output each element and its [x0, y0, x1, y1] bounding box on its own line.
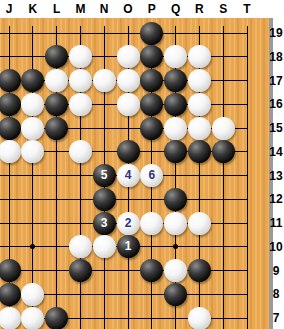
- stone-black-P16[interactable]: [140, 93, 163, 116]
- column-label-N: N: [96, 1, 112, 17]
- grid-line-horizontal-12: [0, 199, 248, 200]
- column-label-M: M: [72, 1, 88, 17]
- stone-black-J8[interactable]: [0, 283, 21, 306]
- stone-black-J9[interactable]: [0, 259, 21, 282]
- stone-black-J17[interactable]: [0, 69, 21, 92]
- stone-black-L15[interactable]: [45, 117, 68, 140]
- stone-white-L17[interactable]: [45, 69, 68, 92]
- stone-white-M18[interactable]: [69, 45, 92, 68]
- stone-black-M9[interactable]: [69, 259, 92, 282]
- row-label-13: 13: [268, 168, 284, 184]
- move-number-3: 3: [101, 216, 108, 230]
- stone-white-Q11[interactable]: [164, 212, 187, 235]
- stone-white-N10[interactable]: [93, 235, 116, 258]
- go-diagram: 546321JKLMNOPQRST19181716151413121110987: [0, 0, 284, 329]
- column-label-Q: Q: [168, 1, 184, 17]
- stone-white-O18[interactable]: [117, 45, 140, 68]
- stone-black-Q17[interactable]: [164, 69, 187, 92]
- stone-black-N12[interactable]: [93, 188, 116, 211]
- stone-white-K15[interactable]: [21, 117, 44, 140]
- stone-black-P15[interactable]: [140, 117, 163, 140]
- stone-white-R15[interactable]: [188, 117, 211, 140]
- move-number-5: 5: [101, 168, 108, 182]
- grid-line-vertical-S: [223, 26, 224, 329]
- stone-white-S15[interactable]: [212, 117, 235, 140]
- stone-white-O13[interactable]: 4: [117, 164, 140, 187]
- stone-black-L16[interactable]: [45, 93, 68, 116]
- stone-white-N17[interactable]: [93, 69, 116, 92]
- row-label-8: 8: [268, 286, 284, 302]
- column-label-R: R: [191, 1, 207, 17]
- stone-black-Q16[interactable]: [164, 93, 187, 116]
- stone-white-O11[interactable]: 2: [117, 212, 140, 235]
- move-number-4: 4: [125, 168, 132, 182]
- stone-black-O10[interactable]: 1: [117, 235, 140, 258]
- column-label-O: O: [120, 1, 136, 17]
- stone-white-M16[interactable]: [69, 93, 92, 116]
- row-label-7: 7: [268, 310, 284, 326]
- row-label-12: 12: [268, 191, 284, 207]
- stone-black-R9[interactable]: [188, 259, 211, 282]
- stone-black-N11[interactable]: 3: [93, 212, 116, 235]
- stone-white-M10[interactable]: [69, 235, 92, 258]
- move-number-6: 6: [148, 168, 155, 182]
- row-label-16: 16: [268, 96, 284, 112]
- column-label-J: J: [1, 1, 17, 17]
- grid-line-horizontal-19: [0, 33, 248, 34]
- stone-white-J14[interactable]: [0, 140, 21, 163]
- stone-white-R11[interactable]: [188, 212, 211, 235]
- stone-black-R14[interactable]: [188, 140, 211, 163]
- stone-black-Q8[interactable]: [164, 283, 187, 306]
- row-label-19: 19: [268, 25, 284, 41]
- move-number-1: 1: [125, 239, 132, 253]
- column-label-T: T: [239, 1, 255, 17]
- stone-white-R7[interactable]: [188, 307, 211, 329]
- stone-white-R16[interactable]: [188, 93, 211, 116]
- row-label-15: 15: [268, 120, 284, 136]
- stone-white-K7[interactable]: [21, 307, 44, 329]
- stone-black-L7[interactable]: [45, 307, 68, 329]
- row-label-11: 11: [268, 215, 284, 231]
- stone-white-Q9[interactable]: [164, 259, 187, 282]
- row-label-17: 17: [268, 73, 284, 89]
- column-label-K: K: [25, 1, 41, 17]
- stone-black-Q12[interactable]: [164, 188, 187, 211]
- stone-black-S14[interactable]: [212, 140, 235, 163]
- stone-white-O17[interactable]: [117, 69, 140, 92]
- stone-black-J16[interactable]: [0, 93, 21, 116]
- stone-white-P11[interactable]: [140, 212, 163, 235]
- row-label-10: 10: [268, 239, 284, 255]
- stone-white-J7[interactable]: [0, 307, 21, 329]
- stone-black-J15[interactable]: [0, 117, 21, 140]
- stone-white-Q15[interactable]: [164, 117, 187, 140]
- stone-black-P19[interactable]: [140, 22, 163, 45]
- stone-black-N13[interactable]: 5: [93, 164, 116, 187]
- stone-white-R18[interactable]: [188, 45, 211, 68]
- stone-white-O16[interactable]: [117, 93, 140, 116]
- stone-white-K16[interactable]: [21, 93, 44, 116]
- column-label-P: P: [144, 1, 160, 17]
- column-label-L: L: [49, 1, 65, 17]
- column-label-S: S: [215, 1, 231, 17]
- stone-white-K8[interactable]: [21, 283, 44, 306]
- grid-line-vertical-T: [247, 26, 248, 329]
- move-number-2: 2: [125, 216, 132, 230]
- stone-black-O14[interactable]: [117, 140, 140, 163]
- stone-white-M17[interactable]: [69, 69, 92, 92]
- row-label-9: 9: [268, 263, 284, 279]
- row-label-14: 14: [268, 144, 284, 160]
- stone-white-M14[interactable]: [69, 140, 92, 163]
- stone-white-R17[interactable]: [188, 69, 211, 92]
- row-label-18: 18: [268, 49, 284, 65]
